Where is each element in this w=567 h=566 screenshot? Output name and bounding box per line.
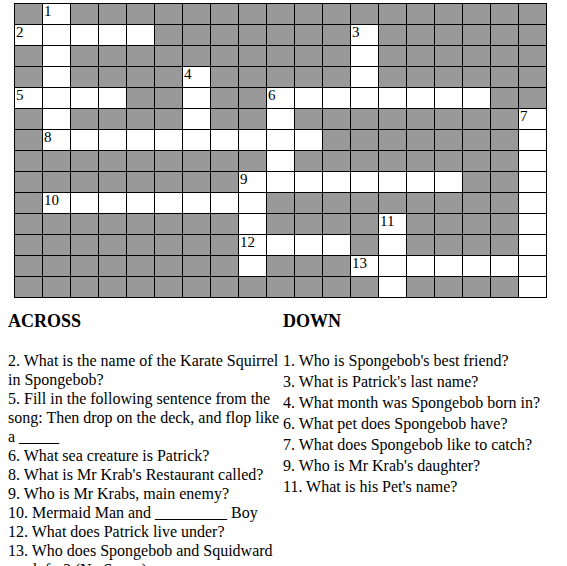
block-cell (15, 109, 42, 129)
block-cell (99, 67, 126, 87)
block-cell (435, 151, 462, 171)
grid-cell[interactable]: 9 (239, 172, 266, 192)
block-cell (323, 46, 350, 66)
block-cell (99, 151, 126, 171)
block-cell (351, 277, 378, 297)
block-cell (99, 277, 126, 297)
grid-cell[interactable] (211, 130, 238, 150)
grid-cell[interactable] (519, 256, 546, 276)
block-cell (491, 151, 518, 171)
grid-cell[interactable] (267, 172, 294, 192)
block-cell (519, 25, 546, 45)
block-cell (491, 172, 518, 192)
block-cell (295, 193, 322, 213)
block-cell (351, 235, 378, 255)
block-cell (323, 277, 350, 297)
grid-cell[interactable] (519, 193, 546, 213)
block-cell (519, 46, 546, 66)
block-cell (463, 277, 490, 297)
block-cell (211, 67, 238, 87)
across-list: 2. What is the name of the Karate Squirr… (8, 351, 283, 566)
clue-across-8: 8. What is Mr Krab's Restaurant called? (8, 465, 283, 484)
block-cell (15, 67, 42, 87)
grid-cell[interactable]: 13 (351, 256, 378, 276)
grid-cell[interactable]: 10 (43, 193, 70, 213)
grid-cell[interactable] (519, 214, 546, 234)
clue-across-2: 2. What is the name of the Karate Squirr… (8, 351, 283, 389)
grid-cell[interactable] (435, 172, 462, 192)
block-cell (323, 193, 350, 213)
block-cell (211, 235, 238, 255)
block-cell (99, 4, 126, 24)
block-cell (183, 46, 210, 66)
grid-cell[interactable] (295, 88, 322, 108)
clue-number: 8 (44, 130, 52, 145)
block-cell (155, 46, 182, 66)
block-cell (267, 214, 294, 234)
clue-down-3: 3. What is Patrick's last name? (283, 372, 567, 391)
grid-cell[interactable] (71, 193, 98, 213)
block-cell (43, 235, 70, 255)
clue-number: 5 (16, 88, 24, 103)
block-cell (127, 172, 154, 192)
grid-cell[interactable] (295, 130, 322, 150)
block-cell (407, 214, 434, 234)
block-cell (99, 214, 126, 234)
block-cell (491, 214, 518, 234)
block-cell (71, 46, 98, 66)
block-cell (435, 130, 462, 150)
grid-cell[interactable] (407, 256, 434, 276)
grid-cell[interactable] (491, 256, 518, 276)
grid-cell[interactable] (127, 193, 154, 213)
block-cell (127, 46, 154, 66)
grid-cell[interactable] (183, 130, 210, 150)
block-cell (15, 214, 42, 234)
grid-cell[interactable] (351, 88, 378, 108)
block-cell (183, 256, 210, 276)
block-cell (239, 109, 266, 129)
block-cell (43, 172, 70, 192)
grid-cell[interactable] (519, 277, 546, 297)
grid-cell[interactable] (351, 67, 378, 87)
clue-number: 6 (268, 88, 276, 103)
block-cell (15, 46, 42, 66)
clue-across-9: 9. Who is Mr Krabs, main enemy? (8, 484, 283, 503)
grid-cell[interactable]: 6 (267, 88, 294, 108)
block-cell (379, 46, 406, 66)
block-cell (519, 67, 546, 87)
grid-cell[interactable] (519, 130, 546, 150)
block-cell (435, 25, 462, 45)
grid-cell[interactable]: 3 (351, 25, 378, 45)
block-cell (239, 151, 266, 171)
block-cell (71, 67, 98, 87)
grid-cell[interactable] (379, 277, 406, 297)
grid-cell[interactable]: 2 (15, 25, 42, 45)
block-cell (127, 67, 154, 87)
block-cell (323, 151, 350, 171)
clue-across-13: 13. Who does Spongebob and Squidward wor… (8, 541, 283, 566)
block-cell (239, 67, 266, 87)
block-cell (15, 151, 42, 171)
block-cell (491, 130, 518, 150)
block-cell (127, 235, 154, 255)
block-cell (127, 109, 154, 129)
block-cell (463, 235, 490, 255)
block-cell (155, 172, 182, 192)
grid-cell[interactable]: 8 (43, 130, 70, 150)
crossword-grid: 12345678910111213 (14, 3, 547, 298)
block-cell (435, 4, 462, 24)
block-cell (239, 4, 266, 24)
block-cell (99, 172, 126, 192)
grid-cell[interactable] (519, 172, 546, 192)
block-cell (15, 130, 42, 150)
block-cell (71, 151, 98, 171)
block-cell (323, 4, 350, 24)
grid-cell[interactable] (211, 193, 238, 213)
block-cell (71, 277, 98, 297)
block-cell (407, 277, 434, 297)
block-cell (43, 277, 70, 297)
block-cell (127, 88, 154, 108)
grid-cell[interactable] (435, 88, 462, 108)
grid-cell[interactable] (407, 172, 434, 192)
grid-cell[interactable] (155, 130, 182, 150)
block-cell (267, 4, 294, 24)
grid-cell[interactable] (379, 88, 406, 108)
grid-cell[interactable] (43, 25, 70, 45)
clue-number: 3 (352, 25, 360, 40)
grid-cell[interactable] (99, 88, 126, 108)
block-cell (463, 130, 490, 150)
block-cell (99, 109, 126, 129)
block-cell (295, 67, 322, 87)
block-cell (463, 172, 490, 192)
grid-cell[interactable]: 7 (519, 109, 546, 129)
block-cell (379, 151, 406, 171)
block-cell (15, 193, 42, 213)
block-cell (127, 4, 154, 24)
grid-cell[interactable] (323, 88, 350, 108)
block-cell (435, 46, 462, 66)
grid-cell[interactable] (379, 256, 406, 276)
block-cell (183, 277, 210, 297)
block-cell (211, 172, 238, 192)
block-cell (407, 193, 434, 213)
block-cell (183, 4, 210, 24)
block-cell (239, 46, 266, 66)
block-cell (351, 193, 378, 213)
block-cell (463, 67, 490, 87)
grid-cell[interactable] (519, 151, 546, 171)
grid-cell[interactable] (43, 88, 70, 108)
block-cell (295, 214, 322, 234)
block-cell (127, 256, 154, 276)
grid-cell[interactable] (267, 151, 294, 171)
block-cell (295, 4, 322, 24)
block-cell (155, 4, 182, 24)
grid-cell[interactable] (183, 193, 210, 213)
block-cell (71, 256, 98, 276)
block-cell (435, 109, 462, 129)
clue-across-10: 10. Mermaid Man and _________ Boy (8, 503, 283, 522)
block-cell (407, 4, 434, 24)
block-cell (519, 4, 546, 24)
block-cell (211, 214, 238, 234)
grid-cell[interactable] (351, 172, 378, 192)
clue-down-6: 6. What pet does Spongebob have? (283, 414, 567, 433)
block-cell (491, 67, 518, 87)
block-cell (211, 4, 238, 24)
block-cell (127, 151, 154, 171)
block-cell (435, 235, 462, 255)
grid-cell[interactable] (155, 193, 182, 213)
block-cell (211, 256, 238, 276)
block-cell (435, 193, 462, 213)
crossword-page: 12345678910111213 ACROSS 2. What is the … (0, 0, 567, 566)
across-clues: ACROSS 2. What is the name of the Karate… (8, 311, 283, 566)
grid-cell[interactable] (379, 235, 406, 255)
block-cell (295, 277, 322, 297)
grid-cell[interactable] (323, 235, 350, 255)
block-cell (239, 277, 266, 297)
block-cell (267, 193, 294, 213)
block-cell (15, 235, 42, 255)
block-cell (71, 235, 98, 255)
clue-down-1: 1. Who is Spongebob's best friend? (283, 351, 567, 370)
block-cell (295, 151, 322, 171)
across-header: ACROSS (8, 311, 283, 331)
clue-number: 11 (380, 214, 394, 229)
block-cell (379, 4, 406, 24)
grid-cell[interactable] (43, 46, 70, 66)
grid-cell[interactable] (99, 130, 126, 150)
grid-cell[interactable]: 1 (43, 4, 70, 24)
block-cell (519, 88, 546, 108)
block-cell (267, 256, 294, 276)
block-cell (351, 4, 378, 24)
block-cell (407, 235, 434, 255)
block-cell (351, 130, 378, 150)
grid-cell[interactable] (183, 88, 210, 108)
block-cell (15, 256, 42, 276)
block-cell (351, 109, 378, 129)
grid-cell[interactable] (127, 130, 154, 150)
down-list: 1. Who is Spongebob's best friend?3. Wha… (283, 351, 567, 496)
block-cell (155, 67, 182, 87)
clue-number: 13 (352, 256, 367, 271)
block-cell (155, 277, 182, 297)
block-cell (99, 256, 126, 276)
grid-cell[interactable] (295, 172, 322, 192)
block-cell (15, 277, 42, 297)
block-cell (379, 109, 406, 129)
block-cell (295, 46, 322, 66)
block-cell (71, 214, 98, 234)
clue-across-12: 12. What does Patrick live under? (8, 522, 283, 541)
grid-cell[interactable] (463, 256, 490, 276)
grid-cell[interactable] (435, 256, 462, 276)
grid-cell[interactable] (99, 25, 126, 45)
block-cell (491, 235, 518, 255)
block-cell (211, 46, 238, 66)
block-cell (323, 256, 350, 276)
block-cell (351, 214, 378, 234)
block-cell (491, 46, 518, 66)
block-cell (43, 151, 70, 171)
clue-down-11: 11. What is his Pet's name? (283, 477, 567, 496)
block-cell (71, 109, 98, 129)
block-cell (43, 256, 70, 276)
block-cell (267, 277, 294, 297)
grid-cell[interactable] (43, 67, 70, 87)
block-cell (15, 172, 42, 192)
block-cell (463, 46, 490, 66)
block-cell (183, 151, 210, 171)
block-cell (435, 214, 462, 234)
block-cell (407, 46, 434, 66)
block-cell (323, 214, 350, 234)
block-cell (267, 46, 294, 66)
block-cell (463, 193, 490, 213)
grid-cell[interactable] (407, 88, 434, 108)
block-cell (491, 277, 518, 297)
block-cell (267, 67, 294, 87)
block-cell (211, 88, 238, 108)
block-cell (183, 172, 210, 192)
block-cell (211, 109, 238, 129)
block-cell (295, 109, 322, 129)
block-cell (379, 193, 406, 213)
clue-number: 10 (44, 193, 59, 208)
block-cell (239, 25, 266, 45)
grid-cell[interactable] (71, 88, 98, 108)
block-cell (183, 214, 210, 234)
grid-cell[interactable] (323, 172, 350, 192)
block-cell (463, 151, 490, 171)
clue-number: 4 (184, 67, 192, 82)
grid-cell[interactable] (183, 109, 210, 129)
block-cell (295, 256, 322, 276)
block-cell (239, 88, 266, 108)
block-cell (491, 25, 518, 45)
grid-cell[interactable] (267, 109, 294, 129)
block-cell (491, 109, 518, 129)
block-cell (379, 130, 406, 150)
block-cell (491, 193, 518, 213)
grid-cell[interactable] (379, 172, 406, 192)
block-cell (155, 256, 182, 276)
grid-cell[interactable] (71, 25, 98, 45)
block-cell (379, 25, 406, 45)
clue-down-7: 7. What does Spongebob like to catch? (283, 435, 567, 454)
block-cell (267, 25, 294, 45)
block-cell (15, 4, 42, 24)
grid-cell[interactable]: 11 (379, 214, 406, 234)
grid-cell[interactable]: 5 (15, 88, 42, 108)
clue-across-6: 6. What sea creature is Patrick? (8, 446, 283, 465)
block-cell (407, 67, 434, 87)
down-header: DOWN (283, 311, 567, 331)
grid-cell[interactable] (127, 25, 154, 45)
block-cell (323, 130, 350, 150)
grid-cell[interactable] (239, 130, 266, 150)
grid-cell[interactable] (71, 130, 98, 150)
block-cell (71, 172, 98, 192)
block-cell (463, 214, 490, 234)
block-cell (323, 25, 350, 45)
grid-cell[interactable] (239, 256, 266, 276)
clue-down-9: 9. Who is Mr Krab's daughter? (283, 456, 567, 475)
block-cell (491, 88, 518, 108)
grid-cell[interactable]: 4 (183, 67, 210, 87)
block-cell (463, 25, 490, 45)
block-cell (127, 277, 154, 297)
block-cell (407, 151, 434, 171)
grid-cell[interactable] (267, 235, 294, 255)
block-cell (407, 25, 434, 45)
grid-cell[interactable] (43, 109, 70, 129)
block-cell (323, 109, 350, 129)
grid-cell[interactable] (295, 235, 322, 255)
block-cell (155, 151, 182, 171)
block-cell (211, 277, 238, 297)
block-cell (211, 151, 238, 171)
grid-cell[interactable] (239, 193, 266, 213)
grid-cell[interactable] (351, 46, 378, 66)
block-cell (99, 235, 126, 255)
block-cell (155, 88, 182, 108)
block-cell (407, 109, 434, 129)
down-clues: DOWN 1. Who is Spongebob's best friend?3… (283, 311, 567, 498)
block-cell (491, 4, 518, 24)
grid-cell[interactable] (519, 235, 546, 255)
block-cell (127, 214, 154, 234)
grid-cell[interactable] (463, 88, 490, 108)
block-cell (71, 4, 98, 24)
block-cell (99, 46, 126, 66)
block-cell (295, 25, 322, 45)
block-cell (435, 67, 462, 87)
block-cell (435, 277, 462, 297)
grid-cell[interactable]: 12 (239, 235, 266, 255)
block-cell (155, 109, 182, 129)
block-cell (183, 25, 210, 45)
clue-number: 2 (16, 25, 24, 40)
block-cell (155, 25, 182, 45)
block-cell (155, 235, 182, 255)
block-cell (155, 214, 182, 234)
block-cell (183, 235, 210, 255)
grid-cell[interactable] (267, 130, 294, 150)
clue-number: 1 (44, 4, 52, 19)
block-cell (351, 151, 378, 171)
block-cell (379, 67, 406, 87)
grid-cell[interactable] (99, 193, 126, 213)
block-cell (43, 214, 70, 234)
clue-number: 12 (240, 235, 255, 250)
block-cell (211, 25, 238, 45)
block-cell (323, 67, 350, 87)
grid-cell[interactable] (239, 214, 266, 234)
clue-number: 9 (240, 172, 248, 187)
block-cell (463, 4, 490, 24)
block-cell (463, 109, 490, 129)
block-cell (407, 130, 434, 150)
clue-down-4: 4. What month was Spongebob born in? (283, 393, 567, 412)
